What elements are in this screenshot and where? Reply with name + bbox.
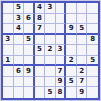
cell-r8c2[interactable] xyxy=(14,77,25,88)
cell-r5c6[interactable]: 3 xyxy=(56,45,67,56)
cell-r4c3[interactable]: 5 xyxy=(24,35,35,46)
cell-r5c9[interactable] xyxy=(87,45,98,56)
cell-r7c3[interactable]: 9 xyxy=(24,66,35,77)
cell-r9c8[interactable]: 9 xyxy=(77,87,88,98)
cell-r9c2[interactable] xyxy=(14,87,25,98)
cell-r5c7[interactable] xyxy=(66,45,77,56)
cell-r4c5[interactable] xyxy=(45,35,56,46)
cell-r4c7[interactable] xyxy=(66,35,77,46)
cell-r2c4[interactable]: 8 xyxy=(35,14,46,25)
cell-r6c8[interactable] xyxy=(77,56,88,67)
cell-r8c5[interactable] xyxy=(45,77,56,88)
cell-r1c6[interactable] xyxy=(56,3,67,14)
cell-r4c4[interactable] xyxy=(35,35,46,46)
cell-r9c4[interactable] xyxy=(35,87,46,98)
cell-r5c2[interactable] xyxy=(14,45,25,56)
cell-r1c4[interactable]: 4 xyxy=(35,3,46,14)
cell-r1c3[interactable] xyxy=(24,3,35,14)
cell-r5c1[interactable] xyxy=(3,45,14,56)
cell-r6c6[interactable] xyxy=(56,56,67,67)
cell-r1c7[interactable] xyxy=(66,3,77,14)
cell-r1c1[interactable] xyxy=(3,3,14,14)
cell-r1c8[interactable] xyxy=(77,3,88,14)
cell-r3c3[interactable] xyxy=(24,24,35,35)
cell-r6c5[interactable] xyxy=(45,56,56,67)
cell-r9c5[interactable]: 5 xyxy=(45,87,56,98)
sudoku-board: 54336847953585231256972957589 xyxy=(1,1,100,100)
cell-r9c7[interactable] xyxy=(66,87,77,98)
cell-r1c2[interactable]: 5 xyxy=(14,3,25,14)
cell-r7c7[interactable] xyxy=(66,66,77,77)
cell-r8c3[interactable] xyxy=(24,77,35,88)
cell-r8c6[interactable]: 9 xyxy=(56,77,67,88)
cell-r6c2[interactable] xyxy=(14,56,25,67)
cell-r9c9[interactable] xyxy=(87,87,98,98)
cell-r6c4[interactable] xyxy=(35,56,46,67)
cell-r8c9[interactable] xyxy=(87,77,98,88)
cell-r7c8[interactable]: 2 xyxy=(77,66,88,77)
cell-r2c8[interactable] xyxy=(77,14,88,25)
cell-r5c8[interactable] xyxy=(77,45,88,56)
cell-r2c9[interactable] xyxy=(87,14,98,25)
cell-r4c1[interactable]: 3 xyxy=(3,35,14,46)
cell-r3c4[interactable]: 7 xyxy=(35,24,46,35)
cell-r4c9[interactable]: 8 xyxy=(87,35,98,46)
cell-r6c1[interactable]: 1 xyxy=(3,56,14,67)
cell-r2c5[interactable] xyxy=(45,14,56,25)
cell-r7c4[interactable] xyxy=(35,66,46,77)
cell-r9c1[interactable] xyxy=(3,87,14,98)
cell-r7c1[interactable] xyxy=(3,66,14,77)
cell-r4c8[interactable] xyxy=(77,35,88,46)
cell-r2c3[interactable]: 6 xyxy=(24,14,35,25)
cell-r2c7[interactable] xyxy=(66,14,77,25)
cell-r7c6[interactable]: 7 xyxy=(56,66,67,77)
cell-r1c5[interactable]: 3 xyxy=(45,3,56,14)
cell-r8c7[interactable]: 5 xyxy=(66,77,77,88)
cell-r7c5[interactable] xyxy=(45,66,56,77)
cell-r3c2[interactable]: 4 xyxy=(14,24,25,35)
cell-r2c6[interactable] xyxy=(56,14,67,25)
cell-r4c2[interactable] xyxy=(14,35,25,46)
cell-r2c2[interactable]: 3 xyxy=(14,14,25,25)
cell-r5c4[interactable]: 5 xyxy=(35,45,46,56)
cell-r8c1[interactable] xyxy=(3,77,14,88)
cell-r8c8[interactable]: 7 xyxy=(77,77,88,88)
cell-r9c3[interactable] xyxy=(24,87,35,98)
cell-r3c5[interactable] xyxy=(45,24,56,35)
cell-r4c6[interactable] xyxy=(56,35,67,46)
cell-r8c4[interactable] xyxy=(35,77,46,88)
cell-r6c7[interactable]: 2 xyxy=(66,56,77,67)
cell-r9c6[interactable]: 8 xyxy=(56,87,67,98)
cell-r6c3[interactable] xyxy=(24,56,35,67)
cell-r3c7[interactable]: 9 xyxy=(66,24,77,35)
cell-r6c9[interactable]: 5 xyxy=(87,56,98,67)
cell-r3c8[interactable]: 5 xyxy=(77,24,88,35)
cell-r3c9[interactable] xyxy=(87,24,98,35)
cell-r7c9[interactable] xyxy=(87,66,98,77)
cell-r1c9[interactable] xyxy=(87,3,98,14)
cell-r2c1[interactable] xyxy=(3,14,14,25)
cell-r7c2[interactable]: 6 xyxy=(14,66,25,77)
cell-r3c1[interactable] xyxy=(3,24,14,35)
cell-r5c3[interactable] xyxy=(24,45,35,56)
cell-r3c6[interactable] xyxy=(56,24,67,35)
cell-r5c5[interactable]: 2 xyxy=(45,45,56,56)
